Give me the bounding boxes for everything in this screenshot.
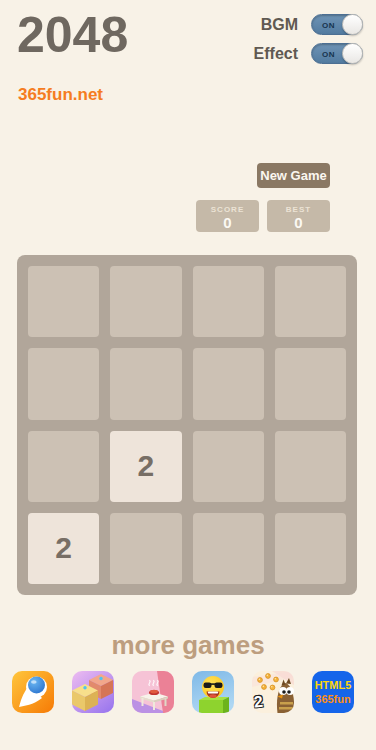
empty-cell (28, 266, 99, 337)
more-games-heading: more games (0, 630, 376, 661)
effect-toggle-knob (342, 43, 363, 64)
board-grid[interactable]: 22 (17, 255, 357, 595)
cube-blocks-game-icon[interactable] (72, 671, 114, 713)
empty-cell (193, 348, 264, 419)
empty-cell (275, 348, 346, 419)
empty-cell (28, 348, 99, 419)
page-title: 2048 (17, 6, 128, 64)
emoji-cube-game-icon[interactable] (192, 671, 234, 713)
best-label: BEST (267, 205, 330, 214)
coin-pusher-badge: 2 (253, 693, 264, 712)
more-games-icons: 2 HTML5 365fun (12, 671, 354, 713)
bgm-toggle-state: ON (322, 20, 335, 29)
empty-cell (275, 266, 346, 337)
site-link[interactable]: 365fun.net (18, 85, 103, 105)
empty-cell (275, 431, 346, 502)
empty-cell (193, 431, 264, 502)
settings-toggles: BGM ON Effect ON (254, 14, 363, 72)
effect-toggle-state: ON (322, 49, 335, 58)
score-label: SCORE (196, 205, 259, 214)
empty-cell (28, 431, 99, 502)
empty-cell (275, 513, 346, 584)
score-box: SCORE 0 (196, 200, 259, 232)
html5-365fun-icon[interactable]: HTML5 365fun (312, 671, 354, 713)
empty-cell (193, 513, 264, 584)
bgm-label: BGM (261, 16, 298, 34)
app-screen: 2048 BGM ON Effect ON 365fun.net New Gam… (0, 0, 376, 750)
effect-toggle[interactable]: ON (311, 43, 363, 64)
empty-cell (193, 266, 264, 337)
effect-label: Effect (254, 45, 298, 63)
score-value: 0 (196, 215, 259, 230)
bgm-toggle-row: BGM ON (254, 14, 363, 35)
best-box: BEST 0 (267, 200, 330, 232)
hotpot-table-game-icon[interactable] (132, 671, 174, 713)
new-game-button[interactable]: New Game (257, 163, 330, 188)
effect-toggle-row: Effect ON (254, 43, 363, 64)
coin-pusher-game-icon[interactable]: 2 (252, 671, 294, 713)
html5-label: HTML5 (315, 680, 352, 691)
empty-cell (110, 513, 181, 584)
bgm-toggle-knob (342, 14, 363, 35)
empty-cell (110, 266, 181, 337)
pinball-game-icon[interactable] (12, 671, 54, 713)
empty-cell (110, 348, 181, 419)
bgm-toggle[interactable]: ON (311, 14, 363, 35)
365fun-label: 365fun (315, 694, 350, 705)
best-value: 0 (267, 215, 330, 230)
tile-2: 2 (28, 513, 99, 584)
tile-2: 2 (110, 431, 181, 502)
